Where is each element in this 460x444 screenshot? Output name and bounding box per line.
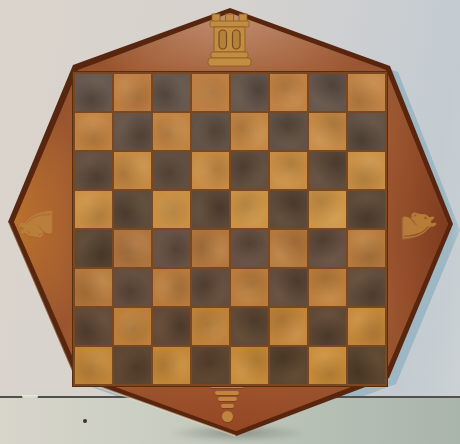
square-e7[interactable] xyxy=(231,113,268,150)
square-a1[interactable] xyxy=(75,347,112,384)
square-h3[interactable] xyxy=(348,269,385,306)
square-f1[interactable] xyxy=(270,347,307,384)
square-e2[interactable] xyxy=(231,308,268,345)
square-b8[interactable] xyxy=(114,74,151,111)
pawn-motif-bar xyxy=(218,397,237,401)
square-e3[interactable] xyxy=(231,269,268,306)
square-d5[interactable] xyxy=(192,191,229,228)
square-e1[interactable] xyxy=(231,347,268,384)
square-a4[interactable] xyxy=(75,230,112,267)
square-e5[interactable] xyxy=(231,191,268,228)
square-b4[interactable] xyxy=(114,230,151,267)
square-f3[interactable] xyxy=(270,269,307,306)
square-d2[interactable] xyxy=(192,308,229,345)
square-h7[interactable] xyxy=(348,113,385,150)
square-g6[interactable] xyxy=(309,152,346,189)
square-a6[interactable] xyxy=(75,152,112,189)
square-e6[interactable] xyxy=(231,152,268,189)
square-c4[interactable] xyxy=(153,230,190,267)
square-e4[interactable] xyxy=(231,230,268,267)
photo-of-chess-board: ♞ ♞ xyxy=(0,0,460,444)
square-d4[interactable] xyxy=(192,230,229,267)
square-g5[interactable] xyxy=(309,191,346,228)
checkerboard xyxy=(72,71,388,387)
pawn-motif-icon xyxy=(207,384,247,424)
square-f7[interactable] xyxy=(270,113,307,150)
square-f4[interactable] xyxy=(270,230,307,267)
pawn-motif-bar xyxy=(215,391,239,395)
square-h1[interactable] xyxy=(348,347,385,384)
square-c2[interactable] xyxy=(153,308,190,345)
square-b2[interactable] xyxy=(114,308,151,345)
knight-motif-icon: ♞ xyxy=(12,204,58,245)
square-b3[interactable] xyxy=(114,269,151,306)
square-a5[interactable] xyxy=(75,191,112,228)
square-d7[interactable] xyxy=(192,113,229,150)
square-c7[interactable] xyxy=(153,113,190,150)
square-b1[interactable] xyxy=(114,347,151,384)
square-g2[interactable] xyxy=(309,308,346,345)
dust-speck xyxy=(83,419,87,423)
square-a7[interactable] xyxy=(75,113,112,150)
shelf-glint xyxy=(22,395,38,398)
square-h4[interactable] xyxy=(348,230,385,267)
square-d3[interactable] xyxy=(192,269,229,306)
square-c6[interactable] xyxy=(153,152,190,189)
square-g8[interactable] xyxy=(309,74,346,111)
pawn-motif-bar xyxy=(221,404,234,408)
square-c5[interactable] xyxy=(153,191,190,228)
square-b7[interactable] xyxy=(114,113,151,150)
knight-motif-icon: ♞ xyxy=(396,204,442,245)
square-g1[interactable] xyxy=(309,347,346,384)
square-b5[interactable] xyxy=(114,191,151,228)
rook-motif-icon xyxy=(207,13,252,67)
square-a8[interactable] xyxy=(75,74,112,111)
square-f5[interactable] xyxy=(270,191,307,228)
pawn-motif-ball xyxy=(222,411,233,422)
square-d6[interactable] xyxy=(192,152,229,189)
square-c1[interactable] xyxy=(153,347,190,384)
square-a2[interactable] xyxy=(75,308,112,345)
square-h6[interactable] xyxy=(348,152,385,189)
square-h8[interactable] xyxy=(348,74,385,111)
square-f2[interactable] xyxy=(270,308,307,345)
square-f6[interactable] xyxy=(270,152,307,189)
square-a3[interactable] xyxy=(75,269,112,306)
square-d1[interactable] xyxy=(192,347,229,384)
square-b6[interactable] xyxy=(114,152,151,189)
square-c8[interactable] xyxy=(153,74,190,111)
square-c3[interactable] xyxy=(153,269,190,306)
square-h2[interactable] xyxy=(348,308,385,345)
square-f8[interactable] xyxy=(270,74,307,111)
square-d8[interactable] xyxy=(192,74,229,111)
square-g3[interactable] xyxy=(309,269,346,306)
square-h5[interactable] xyxy=(348,191,385,228)
square-g7[interactable] xyxy=(309,113,346,150)
square-g4[interactable] xyxy=(309,230,346,267)
square-e8[interactable] xyxy=(231,74,268,111)
